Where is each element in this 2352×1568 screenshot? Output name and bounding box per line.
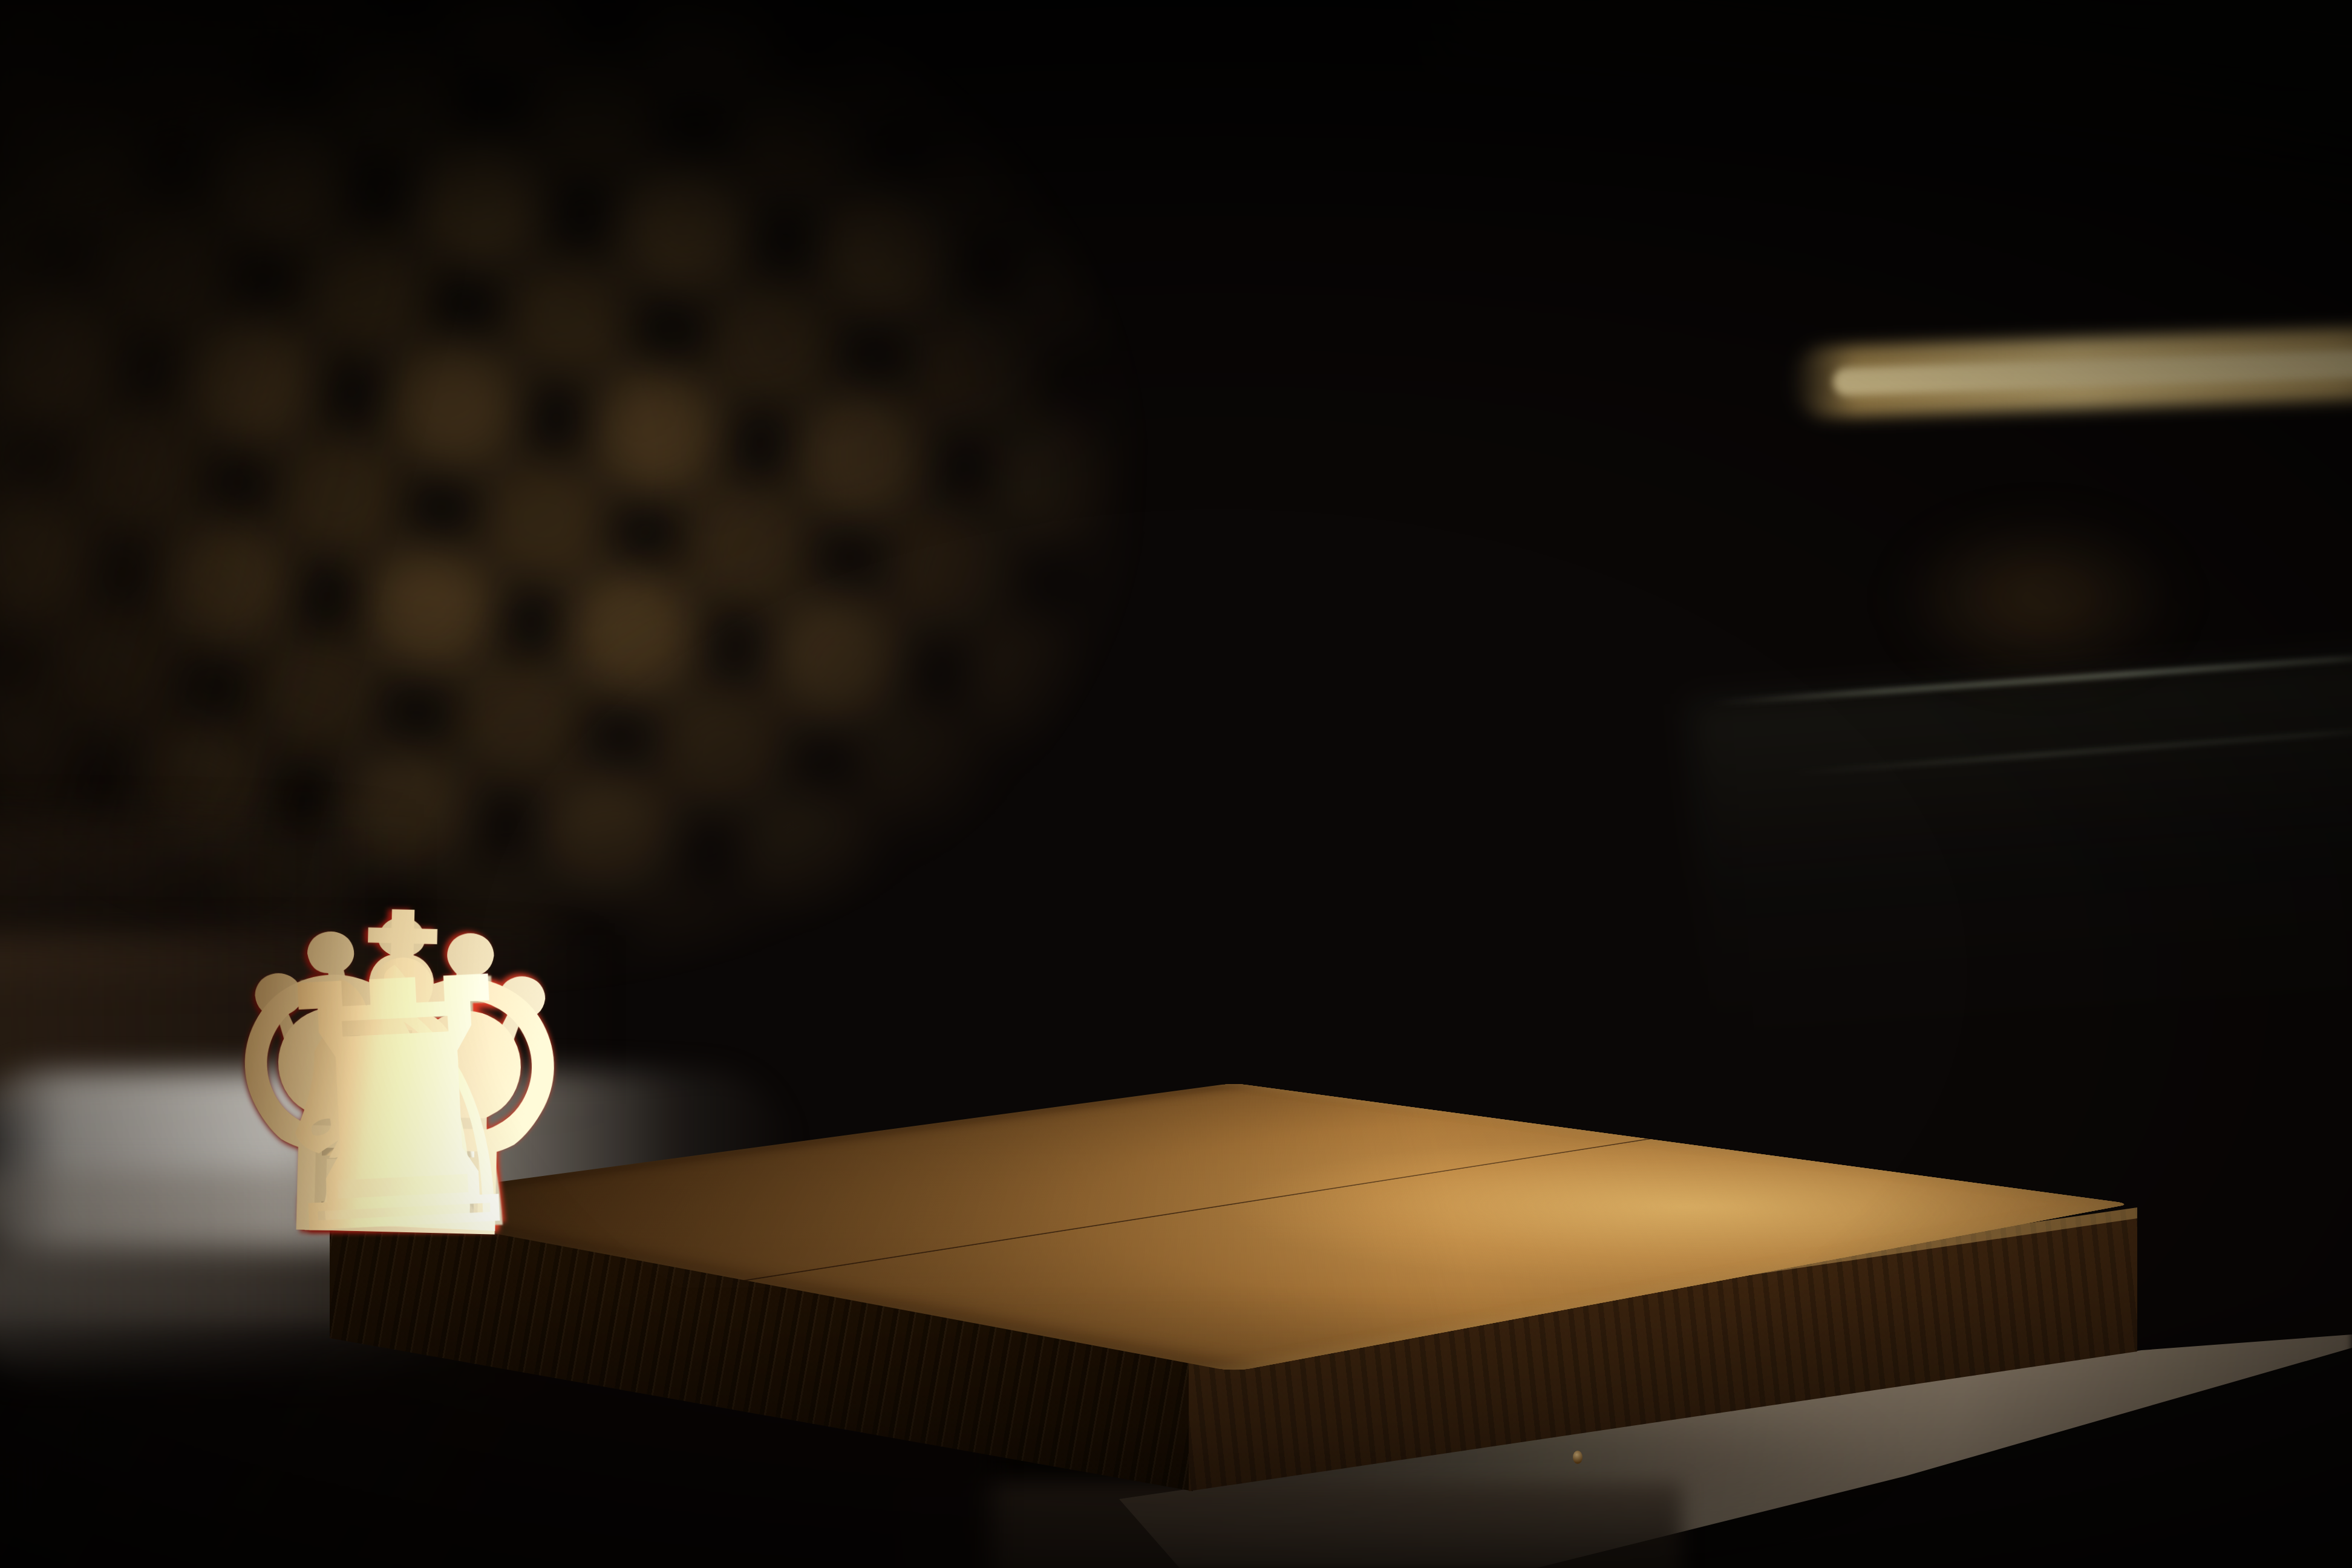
board-perspective-scene: ♜♞♝♛♚♝♞♜♟♟♟♟♟♟♟♟♟♟♟♟♟♟♟♟♜♞♝♛♚♝♞♜: [0, 0, 2352, 1568]
chess-board: ♜♞♝♛♚♝♞♜♟♟♟♟♟♟♟♟♟♟♟♟♟♟♟♟♜♞♝♛♚♝♞♜: [336, 1083, 2132, 1371]
museum-chess-photo: ♜♞♝♛♚♝♞♜♟♟♟♟♟♟♟♟♟♟♟♟♟♟♟♟♜♞♝♛♚♝♞♜: [0, 0, 2352, 1568]
